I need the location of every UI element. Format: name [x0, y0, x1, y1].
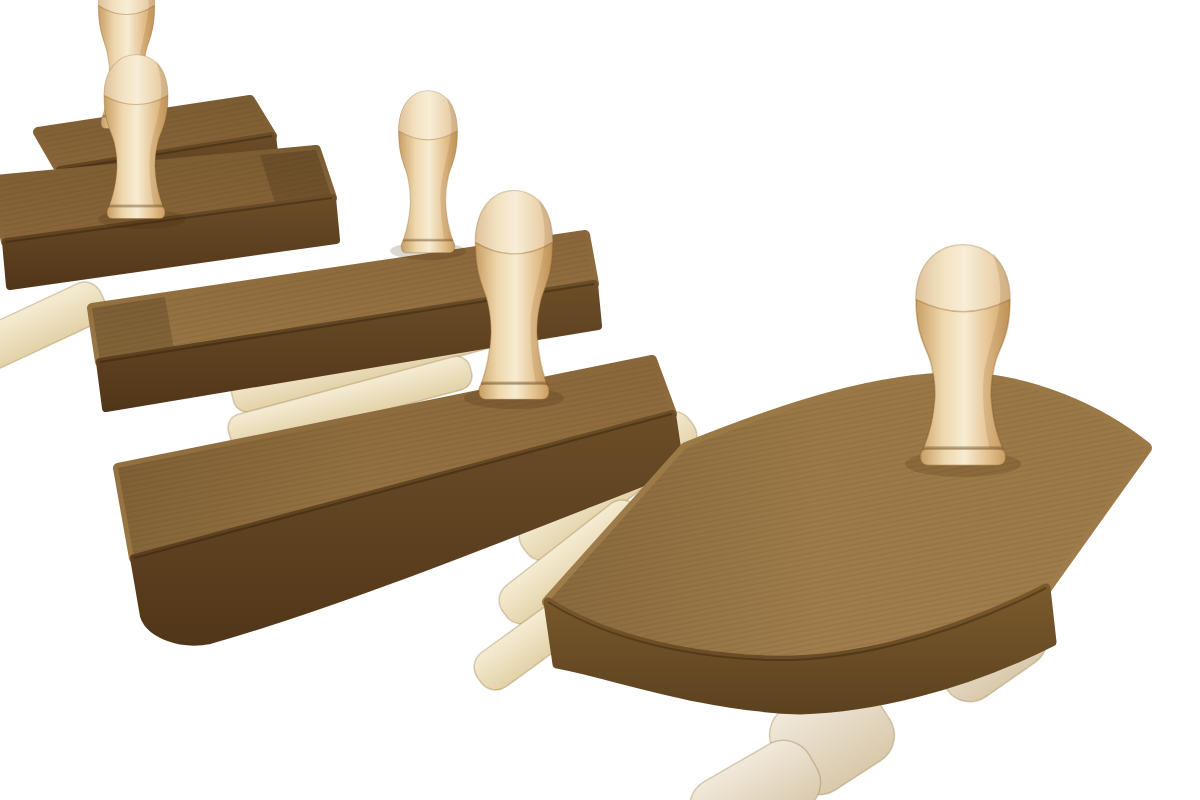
product-photo: [0, 0, 1200, 800]
